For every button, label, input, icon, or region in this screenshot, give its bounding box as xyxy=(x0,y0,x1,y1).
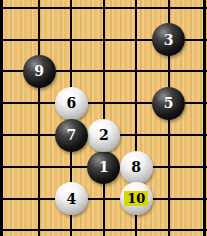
go-board[interactable]: 12345678910 xyxy=(0,0,207,236)
last-move-number-label: 10 xyxy=(124,191,148,206)
move-number-label: 4 xyxy=(67,192,77,206)
move-number-label: 1 xyxy=(99,160,109,174)
stone-white-8: 8 xyxy=(120,151,153,184)
stone-black-3: 3 xyxy=(152,23,185,56)
grid-line-vertical xyxy=(0,0,3,236)
stone-white-2: 2 xyxy=(87,119,120,152)
move-number-label: 6 xyxy=(67,96,77,110)
stone-black-5: 5 xyxy=(152,87,185,120)
stone-black-7: 7 xyxy=(55,119,88,152)
move-number-label: 3 xyxy=(164,33,174,47)
stone-white-6: 6 xyxy=(55,87,88,120)
move-number-label: 2 xyxy=(99,128,109,142)
grid-line-horizontal xyxy=(0,7,207,9)
stone-white-10: 10 xyxy=(120,182,153,215)
grid-line-vertical xyxy=(38,0,40,236)
grid-line-vertical xyxy=(203,0,206,236)
grid-line-horizontal xyxy=(0,198,207,200)
move-number-label: 7 xyxy=(67,128,77,142)
stone-black-1: 1 xyxy=(87,151,120,184)
stone-white-4: 4 xyxy=(55,182,88,215)
move-number-label: 9 xyxy=(34,64,44,78)
move-number-label: 5 xyxy=(164,96,174,110)
grid-line-horizontal xyxy=(0,229,207,231)
stone-black-9: 9 xyxy=(23,55,56,88)
move-number-label: 8 xyxy=(131,160,141,174)
